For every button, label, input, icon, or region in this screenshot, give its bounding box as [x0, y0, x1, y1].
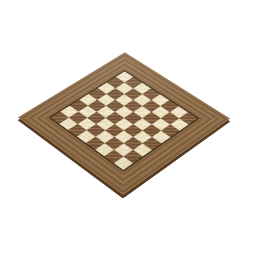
chess-board	[18, 52, 230, 195]
board-face	[18, 52, 230, 195]
photo-canvas	[0, 0, 255, 255]
